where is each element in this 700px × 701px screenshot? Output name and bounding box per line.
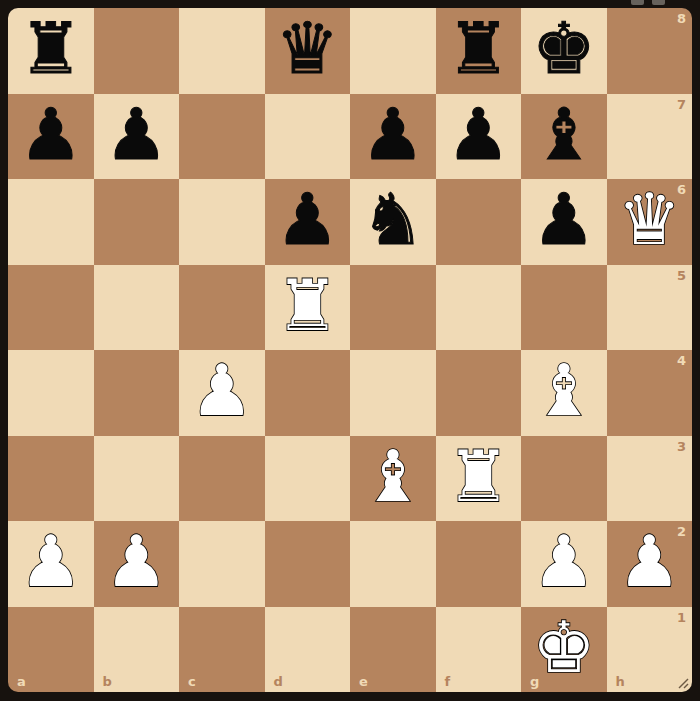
- square-e2[interactable]: [350, 521, 436, 607]
- piece-black-pawn[interactable]: ♟: [275, 184, 339, 255]
- square-f1[interactable]: f: [436, 607, 522, 693]
- square-c7[interactable]: [179, 94, 265, 180]
- piece-black-pawn[interactable]: ♟: [19, 99, 83, 170]
- rank-label-7: 7: [677, 98, 686, 111]
- piece-white-pawn[interactable]: ♟: [19, 526, 83, 597]
- square-e7[interactable]: ♟: [350, 94, 436, 180]
- piece-black-pawn[interactable]: ♟: [361, 99, 425, 170]
- square-e4[interactable]: [350, 350, 436, 436]
- file-label-c: c: [188, 675, 196, 688]
- rank-label-2: 2: [677, 525, 686, 538]
- piece-white-king[interactable]: ♚: [532, 612, 596, 683]
- piece-white-bishop[interactable]: ♝: [361, 441, 425, 512]
- piece-white-pawn[interactable]: ♟: [617, 526, 681, 597]
- square-g3[interactable]: [521, 436, 607, 522]
- square-d3[interactable]: [265, 436, 351, 522]
- square-b2[interactable]: ♟: [94, 521, 180, 607]
- square-g7[interactable]: ♝: [521, 94, 607, 180]
- square-g6[interactable]: ♟: [521, 179, 607, 265]
- square-f2[interactable]: [436, 521, 522, 607]
- file-label-g: g: [530, 675, 539, 688]
- piece-black-pawn[interactable]: ♟: [446, 99, 510, 170]
- rank-label-3: 3: [677, 440, 686, 453]
- rank-label-4: 4: [677, 354, 686, 367]
- piece-white-queen[interactable]: ♛: [617, 184, 681, 255]
- square-b1[interactable]: b: [94, 607, 180, 693]
- piece-white-pawn[interactable]: ♟: [104, 526, 168, 597]
- chess-board: ♜♛♜♚8♟♟♟♟♝7♟♞♟♛6♜5♟♝4♝♜3♟♟♟♟2abcdef♚g1h: [8, 8, 692, 692]
- square-d2[interactable]: [265, 521, 351, 607]
- square-c5[interactable]: [179, 265, 265, 351]
- square-f3[interactable]: ♜: [436, 436, 522, 522]
- square-g2[interactable]: ♟: [521, 521, 607, 607]
- square-g1[interactable]: ♚g: [521, 607, 607, 693]
- piece-white-bishop[interactable]: ♝: [532, 355, 596, 426]
- square-h2[interactable]: ♟2: [607, 521, 693, 607]
- piece-black-knight[interactable]: ♞: [361, 184, 425, 255]
- square-a5[interactable]: [8, 265, 94, 351]
- square-a1[interactable]: a: [8, 607, 94, 693]
- file-label-e: e: [359, 675, 368, 688]
- square-f5[interactable]: [436, 265, 522, 351]
- rank-label-6: 6: [677, 183, 686, 196]
- square-c4[interactable]: ♟: [179, 350, 265, 436]
- square-a2[interactable]: ♟: [8, 521, 94, 607]
- square-d7[interactable]: [265, 94, 351, 180]
- rank-label-5: 5: [677, 269, 686, 282]
- square-e1[interactable]: e: [350, 607, 436, 693]
- square-f4[interactable]: [436, 350, 522, 436]
- square-a4[interactable]: [8, 350, 94, 436]
- file-label-a: a: [17, 675, 26, 688]
- piece-black-pawn[interactable]: ♟: [532, 184, 596, 255]
- piece-black-pawn[interactable]: ♟: [104, 99, 168, 170]
- square-c2[interactable]: [179, 521, 265, 607]
- piece-black-rook[interactable]: ♜: [19, 13, 83, 84]
- file-label-d: d: [274, 675, 283, 688]
- square-g4[interactable]: ♝: [521, 350, 607, 436]
- square-g8[interactable]: ♚: [521, 8, 607, 94]
- square-f7[interactable]: ♟: [436, 94, 522, 180]
- square-c6[interactable]: [179, 179, 265, 265]
- square-b5[interactable]: [94, 265, 180, 351]
- piece-black-king[interactable]: ♚: [532, 13, 596, 84]
- page-background: ♜♛♜♚8♟♟♟♟♝7♟♞♟♛6♜5♟♝4♝♜3♟♟♟♟2abcdef♚g1h: [0, 0, 700, 701]
- square-h1[interactable]: 1h: [607, 607, 693, 693]
- square-c8[interactable]: [179, 8, 265, 94]
- square-c1[interactable]: c: [179, 607, 265, 693]
- file-label-b: b: [103, 675, 112, 688]
- square-b4[interactable]: [94, 350, 180, 436]
- square-b3[interactable]: [94, 436, 180, 522]
- square-e8[interactable]: [350, 8, 436, 94]
- square-d6[interactable]: ♟: [265, 179, 351, 265]
- square-c3[interactable]: [179, 436, 265, 522]
- square-h7[interactable]: 7: [607, 94, 693, 180]
- square-b7[interactable]: ♟: [94, 94, 180, 180]
- square-h5[interactable]: 5: [607, 265, 693, 351]
- square-a3[interactable]: [8, 436, 94, 522]
- piece-black-rook[interactable]: ♜: [446, 13, 510, 84]
- piece-white-rook[interactable]: ♜: [446, 441, 510, 512]
- square-g5[interactable]: [521, 265, 607, 351]
- square-d1[interactable]: d: [265, 607, 351, 693]
- square-a8[interactable]: ♜: [8, 8, 94, 94]
- square-d8[interactable]: ♛: [265, 8, 351, 94]
- piece-white-pawn[interactable]: ♟: [532, 526, 596, 597]
- square-b8[interactable]: [94, 8, 180, 94]
- square-a7[interactable]: ♟: [8, 94, 94, 180]
- piece-white-pawn[interactable]: ♟: [190, 355, 254, 426]
- square-e6[interactable]: ♞: [350, 179, 436, 265]
- square-e3[interactable]: ♝: [350, 436, 436, 522]
- square-h3[interactable]: 3: [607, 436, 693, 522]
- square-f8[interactable]: ♜: [436, 8, 522, 94]
- square-d4[interactable]: [265, 350, 351, 436]
- rank-label-1: 1: [677, 611, 686, 624]
- square-h4[interactable]: 4: [607, 350, 693, 436]
- piece-white-rook[interactable]: ♜: [275, 270, 339, 341]
- cutoff-top-icon: [652, 0, 665, 5]
- piece-black-queen[interactable]: ♛: [275, 13, 339, 84]
- rank-label-8: 8: [677, 12, 686, 25]
- square-d5[interactable]: ♜: [265, 265, 351, 351]
- square-e5[interactable]: [350, 265, 436, 351]
- square-f6[interactable]: [436, 179, 522, 265]
- file-label-h: h: [616, 675, 625, 688]
- square-h6[interactable]: ♛6: [607, 179, 693, 265]
- resize-handle-icon[interactable]: [677, 677, 689, 689]
- square-a6[interactable]: [8, 179, 94, 265]
- square-b6[interactable]: [94, 179, 180, 265]
- cutoff-top-icon: [631, 0, 644, 5]
- file-label-f: f: [445, 675, 451, 688]
- square-h8[interactable]: 8: [607, 8, 693, 94]
- piece-black-bishop[interactable]: ♝: [532, 99, 596, 170]
